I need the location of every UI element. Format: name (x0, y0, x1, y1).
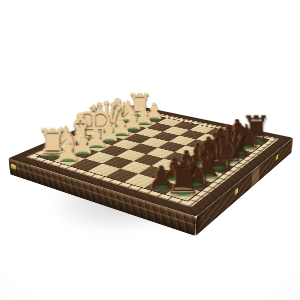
piece-white-pawn: ♟ (45, 137, 91, 164)
chess-board-box: ♜♟♟♜♞♟♟♞♝♟♟♝♛♟♟♛♚♟♟♚♝♟♟♝♞♟♟♞♜♟♟♜ (9, 105, 294, 217)
brass-hinge (11, 164, 17, 170)
brass-clasp (275, 154, 278, 161)
chess-set-photo: ♜♟♟♜♞♟♟♞♝♟♟♝♛♟♟♛♚♟♟♚♝♟♟♝♞♟♟♞♜♟♟♜ (0, 0, 300, 300)
brass-clasp (234, 188, 238, 196)
scene: ♜♟♟♜♞♟♟♞♝♟♟♝♛♟♟♛♚♟♟♚♝♟♟♝♞♟♟♞♜♟♟♜ (0, 0, 300, 300)
